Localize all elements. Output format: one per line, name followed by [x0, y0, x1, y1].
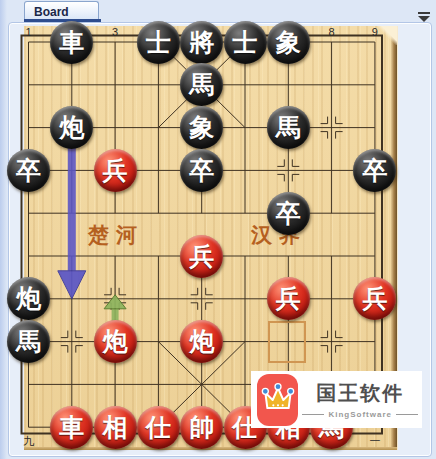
piece-black-馬-8-1[interactable]: 馬	[7, 320, 50, 363]
highlight-square	[268, 321, 306, 363]
col-label-bottom-1: 九	[17, 435, 41, 447]
piece-red-兵-7-7[interactable]: 兵	[267, 277, 310, 320]
piece-red-仕-10-4[interactable]: 仕	[137, 406, 180, 449]
piece-red-兵-6-5[interactable]: 兵	[180, 235, 223, 278]
auto-hide-icon-bar	[418, 12, 430, 14]
col-label-top-9: 9	[363, 26, 387, 38]
window-edge-strip	[0, 0, 7, 459]
watermark: 国王软件 KingSoftware	[251, 371, 422, 428]
col-label-top-3: 3	[103, 26, 127, 38]
king-software-logo-icon	[257, 374, 298, 426]
col-label-top-1: 1	[17, 26, 41, 38]
river-label-chuhe: 楚河	[88, 221, 144, 245]
watermark-title: 国王软件	[316, 380, 404, 407]
piece-red-兵-4-3[interactable]: 兵	[94, 149, 137, 192]
piece-black-卒-4-1[interactable]: 卒	[7, 149, 50, 192]
crown-icon	[258, 380, 298, 420]
piece-black-車-1-2[interactable]: 車	[50, 21, 93, 64]
piece-red-炮-8-3[interactable]: 炮	[94, 320, 137, 363]
watermark-dash-right	[396, 414, 418, 415]
watermark-subtitle: KingSoftware	[328, 410, 392, 419]
watermark-dash-left	[302, 414, 324, 415]
tab-board-label: Board	[34, 5, 69, 19]
piece-black-將-1-5[interactable]: 將	[180, 21, 223, 64]
piece-black-象-3-5[interactable]: 象	[180, 106, 223, 149]
piece-red-相-10-3[interactable]: 相	[94, 406, 137, 449]
piece-black-士-1-6[interactable]: 士	[224, 21, 267, 64]
piece-black-士-1-4[interactable]: 士	[137, 21, 180, 64]
piece-black-象-1-7[interactable]: 象	[267, 21, 310, 64]
piece-red-車-10-2[interactable]: 車	[50, 406, 93, 449]
piece-black-卒-4-9[interactable]: 卒	[353, 149, 396, 192]
board-edge-bevel-bottom	[24, 447, 397, 450]
col-label-bottom-9: 一	[363, 435, 387, 447]
tab-board[interactable]: Board	[24, 1, 99, 21]
piece-red-帥-10-5[interactable]: 帥	[180, 406, 223, 449]
piece-black-炮-7-1[interactable]: 炮	[7, 277, 50, 320]
col-label-top-8: 8	[320, 26, 344, 38]
piece-black-馬-3-7[interactable]: 馬	[267, 106, 310, 149]
board-panel-window: Board 123456789 九八七六五四三二一 楚河 汉界 車士將士象馬炮象…	[0, 0, 436, 459]
piece-red-炮-8-5[interactable]: 炮	[180, 320, 223, 363]
piece-black-卒-4-5[interactable]: 卒	[180, 149, 223, 192]
piece-black-卒-5-7[interactable]: 卒	[267, 192, 310, 235]
